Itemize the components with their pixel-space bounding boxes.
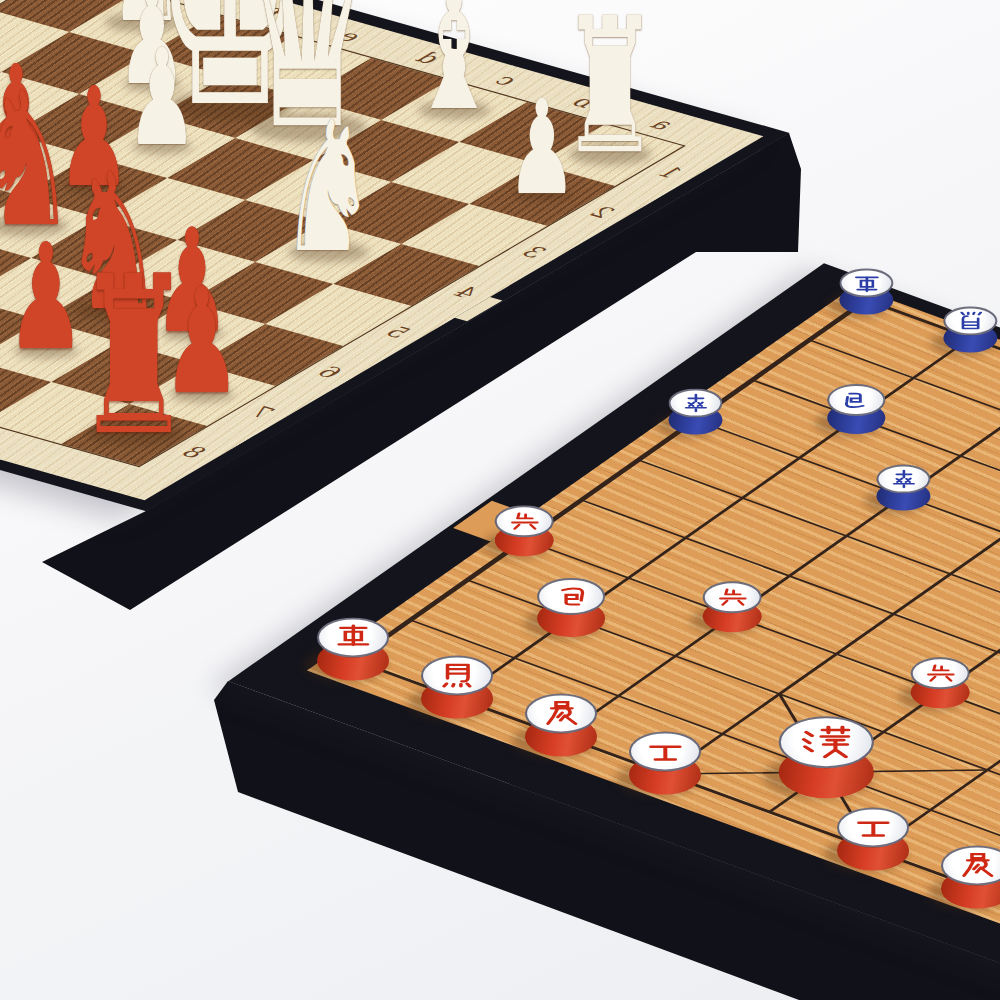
janggi-char-兵 bbox=[922, 662, 958, 685]
janggi-piece-red-cannon[interactable] bbox=[538, 578, 606, 637]
janggi-piece-face bbox=[779, 716, 873, 768]
janggi-piece-face bbox=[495, 505, 554, 537]
janggi-piece-red-chariot[interactable] bbox=[317, 617, 389, 680]
janggi-char-兵 bbox=[506, 510, 542, 533]
janggi-piece-blue-chariot[interactable] bbox=[840, 268, 893, 314]
janggi-piece-face bbox=[629, 731, 701, 771]
janggi-piece-blue-soldier[interactable] bbox=[877, 465, 930, 511]
chess-piece-white-pawn-a2[interactable]: ♟ bbox=[507, 83, 577, 214]
janggi-char-卒 bbox=[679, 393, 712, 413]
janggi-piece-face bbox=[837, 807, 909, 847]
janggi-piece-face bbox=[317, 617, 389, 657]
janggi-char-象 bbox=[955, 851, 1000, 879]
product-photo: abcdefgh12345678 ♜♟♝♛♚♟♞♞♟♜♟♟♟♞♞♟♟ bbox=[0, 0, 1000, 1000]
janggi-piece-face bbox=[421, 655, 493, 695]
janggi-char-車 bbox=[850, 273, 883, 293]
janggi-piece-red-elephant[interactable] bbox=[525, 693, 597, 756]
janggi-piece-face bbox=[877, 465, 930, 494]
janggi-char-馬 bbox=[954, 311, 987, 331]
janggi-piece-face bbox=[941, 845, 1000, 885]
janggi-char-象 bbox=[539, 699, 584, 727]
janggi-piece-red-king[interactable] bbox=[779, 716, 873, 798]
janggi-piece-blue-cannon[interactable] bbox=[828, 384, 885, 434]
chess-piece-red-pawn-c7[interactable]: ♟ bbox=[7, 225, 86, 371]
janggi-char-士 bbox=[643, 737, 688, 765]
janggi-piece-face bbox=[669, 389, 722, 418]
janggi-piece-face bbox=[538, 578, 606, 615]
chess-piece-white-knight-b4[interactable]: ♞ bbox=[279, 97, 376, 278]
janggi-piece-face bbox=[703, 581, 762, 613]
janggi-char-車 bbox=[331, 623, 376, 651]
janggi-char-馬 bbox=[435, 661, 480, 689]
janggi-piece-red-advisor[interactable] bbox=[629, 731, 701, 794]
janggi-piece-face bbox=[911, 657, 970, 689]
janggi-piece-face bbox=[525, 693, 597, 733]
chess-piece-white-bishop-c1[interactable]: ♝ bbox=[410, 0, 498, 134]
janggi-char-士 bbox=[851, 813, 896, 841]
janggi-piece-red-soldier[interactable] bbox=[911, 657, 970, 708]
janggi-piece-red-advisor[interactable] bbox=[837, 807, 909, 870]
chess-piece-red-rook-a8[interactable]: ♜ bbox=[75, 247, 193, 466]
janggi-char-兵 bbox=[714, 586, 750, 609]
janggi-piece-red-elephant[interactable] bbox=[941, 845, 1000, 908]
janggi-char-包 bbox=[839, 389, 875, 411]
janggi-char-包 bbox=[550, 584, 592, 610]
janggi-piece-face bbox=[828, 384, 885, 416]
janggi-char-漢 bbox=[797, 724, 856, 760]
janggi-piece-red-soldier[interactable] bbox=[495, 505, 554, 556]
janggi-piece-blue-horse[interactable] bbox=[944, 306, 997, 352]
janggi-char-卒 bbox=[887, 469, 920, 489]
janggi-piece-red-soldier[interactable] bbox=[703, 581, 762, 632]
janggi-piece-red-horse[interactable] bbox=[421, 655, 493, 718]
janggi-piece-blue-soldier[interactable] bbox=[669, 389, 722, 435]
